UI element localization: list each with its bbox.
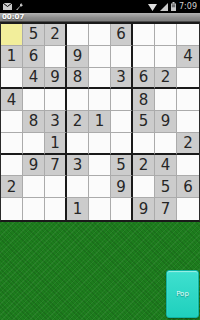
cell-r3c1[interactable] bbox=[23, 89, 45, 111]
cell-r0c0[interactable] bbox=[1, 24, 23, 46]
cell-r3c5[interactable] bbox=[111, 89, 133, 111]
cell-r4c2[interactable]: 3 bbox=[45, 111, 67, 133]
pop-button[interactable]: Pop bbox=[166, 270, 199, 318]
wifi-icon bbox=[148, 3, 157, 11]
cell-r4c1[interactable]: 8 bbox=[23, 111, 45, 133]
cell-r8c0[interactable] bbox=[1, 198, 23, 220]
cell-r2c0[interactable] bbox=[1, 68, 23, 90]
cell-r6c3[interactable]: 3 bbox=[67, 155, 89, 177]
cell-r4c8[interactable] bbox=[177, 111, 199, 133]
sudoku-board: 526169449836248832159129735242956197 bbox=[0, 22, 200, 222]
status-bar-left bbox=[3, 3, 23, 11]
cell-r1c7[interactable] bbox=[155, 46, 177, 68]
cell-r8c8[interactable] bbox=[177, 198, 199, 220]
cell-r0c1[interactable]: 5 bbox=[23, 24, 45, 46]
cell-r1c5[interactable] bbox=[111, 46, 133, 68]
cell-r0c7[interactable] bbox=[155, 24, 177, 46]
cell-r3c0[interactable]: 4 bbox=[1, 89, 23, 111]
cell-r5c3[interactable] bbox=[67, 133, 89, 155]
signal-icon bbox=[160, 3, 168, 11]
cell-r8c3[interactable]: 1 bbox=[67, 198, 89, 220]
cell-r3c3[interactable] bbox=[67, 89, 89, 111]
cell-r1c3[interactable]: 9 bbox=[67, 46, 89, 68]
cell-r3c2[interactable] bbox=[45, 89, 67, 111]
cell-r2c1[interactable]: 4 bbox=[23, 68, 45, 90]
cell-r8c2[interactable] bbox=[45, 198, 67, 220]
status-bar-right: 7:09 bbox=[148, 0, 197, 13]
cell-r7c2[interactable] bbox=[45, 176, 67, 198]
cell-r7c7[interactable]: 5 bbox=[155, 176, 177, 198]
cell-r8c6[interactable]: 9 bbox=[133, 198, 155, 220]
cell-r2c7[interactable]: 2 bbox=[155, 68, 177, 90]
cell-r8c7[interactable]: 7 bbox=[155, 198, 177, 220]
cell-r3c8[interactable] bbox=[177, 89, 199, 111]
cell-r8c4[interactable] bbox=[89, 198, 111, 220]
cell-r2c3[interactable]: 8 bbox=[67, 68, 89, 90]
cell-r1c8[interactable]: 4 bbox=[177, 46, 199, 68]
cell-r4c3[interactable]: 2 bbox=[67, 111, 89, 133]
cell-r4c7[interactable]: 9 bbox=[155, 111, 177, 133]
cell-r5c2[interactable]: 1 bbox=[45, 133, 67, 155]
cell-r5c5[interactable] bbox=[111, 133, 133, 155]
elapsed-time: 00:07 bbox=[0, 13, 200, 21]
battery-icon bbox=[171, 2, 176, 11]
cell-r6c1[interactable]: 9 bbox=[23, 155, 45, 177]
cell-r8c1[interactable] bbox=[23, 198, 45, 220]
cell-r6c0[interactable] bbox=[1, 155, 23, 177]
cell-r5c7[interactable] bbox=[155, 133, 177, 155]
pop-button-label: Pop bbox=[176, 290, 189, 298]
cell-r7c3[interactable] bbox=[67, 176, 89, 198]
cell-r7c1[interactable] bbox=[23, 176, 45, 198]
cell-r6c6[interactable]: 2 bbox=[133, 155, 155, 177]
cell-r0c4[interactable] bbox=[89, 24, 111, 46]
wrench-icon bbox=[15, 3, 23, 11]
cell-r5c1[interactable] bbox=[23, 133, 45, 155]
cell-r0c5[interactable]: 6 bbox=[111, 24, 133, 46]
cell-r2c8[interactable] bbox=[177, 68, 199, 90]
cell-r5c6[interactable] bbox=[133, 133, 155, 155]
cell-r5c4[interactable] bbox=[89, 133, 111, 155]
cell-r1c0[interactable]: 1 bbox=[1, 46, 23, 68]
cell-r4c4[interactable]: 1 bbox=[89, 111, 111, 133]
clock-text: 7:09 bbox=[179, 0, 197, 13]
cell-r1c1[interactable]: 6 bbox=[23, 46, 45, 68]
cell-r2c5[interactable]: 3 bbox=[111, 68, 133, 90]
cell-r2c6[interactable]: 6 bbox=[133, 68, 155, 90]
cell-r7c4[interactable] bbox=[89, 176, 111, 198]
cell-r1c4[interactable] bbox=[89, 46, 111, 68]
cell-r5c0[interactable] bbox=[1, 133, 23, 155]
cell-r3c4[interactable] bbox=[89, 89, 111, 111]
cell-r4c5[interactable] bbox=[111, 111, 133, 133]
cell-r1c2[interactable] bbox=[45, 46, 67, 68]
status-bar: 7:09 bbox=[0, 0, 200, 13]
timer-bar: 00:07 bbox=[0, 13, 200, 22]
cell-r6c8[interactable] bbox=[177, 155, 199, 177]
cell-r2c2[interactable]: 9 bbox=[45, 68, 67, 90]
cell-r3c6[interactable]: 8 bbox=[133, 89, 155, 111]
cell-r7c0[interactable]: 2 bbox=[1, 176, 23, 198]
cell-r8c5[interactable] bbox=[111, 198, 133, 220]
cell-r0c6[interactable] bbox=[133, 24, 155, 46]
cell-r6c5[interactable]: 5 bbox=[111, 155, 133, 177]
cell-r7c6[interactable] bbox=[133, 176, 155, 198]
cell-r7c8[interactable]: 6 bbox=[177, 176, 199, 198]
cell-r0c2[interactable]: 2 bbox=[45, 24, 67, 46]
cell-r6c7[interactable]: 4 bbox=[155, 155, 177, 177]
cell-r0c3[interactable] bbox=[67, 24, 89, 46]
cell-r6c2[interactable]: 7 bbox=[45, 155, 67, 177]
message-icon bbox=[3, 3, 12, 10]
cell-r1c6[interactable] bbox=[133, 46, 155, 68]
sudoku-app-screen: 7:09 00:07 52616944983624883215912973524… bbox=[0, 0, 200, 320]
cell-r0c8[interactable] bbox=[177, 24, 199, 46]
cell-r6c4[interactable] bbox=[89, 155, 111, 177]
cell-r4c0[interactable] bbox=[1, 111, 23, 133]
cell-r3c7[interactable] bbox=[155, 89, 177, 111]
cell-r2c4[interactable] bbox=[89, 68, 111, 90]
cell-r4c6[interactable]: 5 bbox=[133, 111, 155, 133]
cell-r5c8[interactable]: 2 bbox=[177, 133, 199, 155]
felt-background: Pop bbox=[0, 222, 200, 320]
cell-r7c5[interactable]: 9 bbox=[111, 176, 133, 198]
